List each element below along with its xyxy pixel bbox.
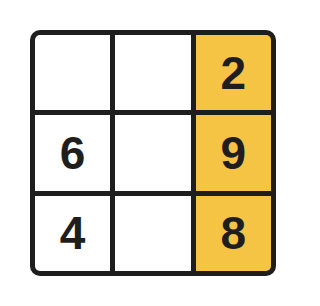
cell-r3c3[interactable]: 8 [196,196,271,271]
cell-r1c2[interactable] [115,35,190,110]
cell-r1c3[interactable]: 2 [196,35,271,110]
cell-r2c2[interactable] [115,115,190,190]
cell-r2c3[interactable]: 9 [196,115,271,190]
puzzle-board: 2 6 9 4 8 [30,30,276,276]
cell-r3c1[interactable]: 4 [35,196,110,271]
cell-r3c2[interactable] [115,196,190,271]
cell-r2c1[interactable]: 6 [35,115,110,190]
cell-r1c1[interactable] [35,35,110,110]
